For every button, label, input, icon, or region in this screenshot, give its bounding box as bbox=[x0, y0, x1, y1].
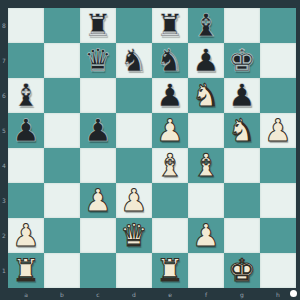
square-a4[interactable] bbox=[8, 148, 44, 183]
black-pawn-e6[interactable]: ♟ bbox=[152, 78, 188, 113]
square-g8[interactable] bbox=[224, 8, 260, 43]
black-rook-e8[interactable]: ♜ bbox=[152, 8, 188, 43]
black-bishop-a6[interactable]: ♝ bbox=[8, 78, 44, 113]
black-knight-e7[interactable]: ♞ bbox=[152, 43, 188, 78]
square-c3[interactable]: ♟ bbox=[80, 183, 116, 218]
square-c5[interactable]: ♟ bbox=[80, 113, 116, 148]
square-e4[interactable]: ♝ bbox=[152, 148, 188, 183]
white-pawn-f2[interactable]: ♟ bbox=[188, 218, 224, 253]
white-pawn-d3[interactable]: ♟ bbox=[116, 183, 152, 218]
black-queen-c7[interactable]: ♛ bbox=[80, 43, 116, 78]
square-b6[interactable] bbox=[44, 78, 80, 113]
square-h8[interactable] bbox=[260, 8, 296, 43]
white-to-move-indicator-dot bbox=[290, 290, 297, 297]
square-d3[interactable]: ♟ bbox=[116, 183, 152, 218]
rank-labels: 87654321 bbox=[0, 8, 8, 288]
white-queen-d2[interactable]: ♛ bbox=[116, 218, 152, 253]
square-c8[interactable]: ♜ bbox=[80, 8, 116, 43]
square-a2[interactable]: ♟ bbox=[8, 218, 44, 253]
white-king-g1[interactable]: ♚ bbox=[224, 253, 260, 288]
square-b3[interactable] bbox=[44, 183, 80, 218]
white-rook-e1[interactable]: ♜ bbox=[152, 253, 188, 288]
square-g6[interactable]: ♟ bbox=[224, 78, 260, 113]
square-e6[interactable]: ♟ bbox=[152, 78, 188, 113]
square-f6[interactable]: ♞ bbox=[188, 78, 224, 113]
rank-label-1: 1 bbox=[0, 253, 8, 288]
square-f5[interactable] bbox=[188, 113, 224, 148]
square-e7[interactable]: ♞ bbox=[152, 43, 188, 78]
square-h2[interactable] bbox=[260, 218, 296, 253]
black-pawn-f7[interactable]: ♟ bbox=[188, 43, 224, 78]
white-pawn-c3[interactable]: ♟ bbox=[80, 183, 116, 218]
rank-label-5: 5 bbox=[0, 113, 8, 148]
square-a8[interactable] bbox=[8, 8, 44, 43]
square-c6[interactable] bbox=[80, 78, 116, 113]
black-pawn-g6[interactable]: ♟ bbox=[224, 78, 260, 113]
square-d8[interactable] bbox=[116, 8, 152, 43]
file-label-a: a bbox=[8, 288, 44, 300]
rank-label-8: 8 bbox=[0, 8, 8, 43]
square-a1[interactable]: ♜ bbox=[8, 253, 44, 288]
file-label-f: f bbox=[188, 288, 224, 300]
square-b7[interactable] bbox=[44, 43, 80, 78]
white-pawn-h5[interactable]: ♟ bbox=[260, 113, 296, 148]
black-pawn-c5[interactable]: ♟ bbox=[80, 113, 116, 148]
rank-label-2: 2 bbox=[0, 218, 8, 253]
square-b5[interactable] bbox=[44, 113, 80, 148]
square-e5[interactable]: ♟ bbox=[152, 113, 188, 148]
square-e3[interactable] bbox=[152, 183, 188, 218]
file-label-c: c bbox=[80, 288, 116, 300]
square-d6[interactable] bbox=[116, 78, 152, 113]
square-f8[interactable]: ♝ bbox=[188, 8, 224, 43]
square-g7[interactable]: ♚ bbox=[224, 43, 260, 78]
rank-label-3: 3 bbox=[0, 183, 8, 218]
square-g3[interactable] bbox=[224, 183, 260, 218]
square-e8[interactable]: ♜ bbox=[152, 8, 188, 43]
white-pawn-e5[interactable]: ♟ bbox=[152, 113, 188, 148]
black-knight-d7[interactable]: ♞ bbox=[116, 43, 152, 78]
square-b8[interactable] bbox=[44, 8, 80, 43]
square-d7[interactable]: ♞ bbox=[116, 43, 152, 78]
square-h4[interactable] bbox=[260, 148, 296, 183]
white-bishop-e4[interactable]: ♝ bbox=[152, 148, 188, 183]
white-knight-g5[interactable]: ♞ bbox=[224, 113, 260, 148]
square-h1[interactable] bbox=[260, 253, 296, 288]
square-d2[interactable]: ♛ bbox=[116, 218, 152, 253]
file-label-g: g bbox=[224, 288, 260, 300]
square-d1[interactable] bbox=[116, 253, 152, 288]
white-bishop-f4[interactable]: ♝ bbox=[188, 148, 224, 183]
square-a7[interactable] bbox=[8, 43, 44, 78]
file-label-e: e bbox=[152, 288, 188, 300]
chess-board-frame: 87654321 abcdefgh ♜♜♝♛♞♞♟♚♝♟♞♟♟♟♟♞♟♝♝♟♟♟… bbox=[0, 0, 300, 300]
square-a5[interactable]: ♟ bbox=[8, 113, 44, 148]
rank-label-4: 4 bbox=[0, 148, 8, 183]
black-rook-c8[interactable]: ♜ bbox=[80, 8, 116, 43]
square-c4[interactable] bbox=[80, 148, 116, 183]
square-f7[interactable]: ♟ bbox=[188, 43, 224, 78]
square-f4[interactable]: ♝ bbox=[188, 148, 224, 183]
white-rook-a1[interactable]: ♜ bbox=[8, 253, 44, 288]
square-b4[interactable] bbox=[44, 148, 80, 183]
square-b2[interactable] bbox=[44, 218, 80, 253]
square-h7[interactable] bbox=[260, 43, 296, 78]
square-g1[interactable]: ♚ bbox=[224, 253, 260, 288]
square-f2[interactable]: ♟ bbox=[188, 218, 224, 253]
square-c7[interactable]: ♛ bbox=[80, 43, 116, 78]
square-g2[interactable] bbox=[224, 218, 260, 253]
square-h3[interactable] bbox=[260, 183, 296, 218]
square-d5[interactable] bbox=[116, 113, 152, 148]
black-pawn-a5[interactable]: ♟ bbox=[8, 113, 44, 148]
square-e1[interactable]: ♜ bbox=[152, 253, 188, 288]
square-b1[interactable] bbox=[44, 253, 80, 288]
file-label-d: d bbox=[116, 288, 152, 300]
white-pawn-a2[interactable]: ♟ bbox=[8, 218, 44, 253]
white-knight-f6[interactable]: ♞ bbox=[188, 78, 224, 113]
square-h5[interactable]: ♟ bbox=[260, 113, 296, 148]
square-d4[interactable] bbox=[116, 148, 152, 183]
rank-label-7: 7 bbox=[0, 43, 8, 78]
square-c2[interactable] bbox=[80, 218, 116, 253]
square-e2[interactable] bbox=[152, 218, 188, 253]
file-label-b: b bbox=[44, 288, 80, 300]
square-a3[interactable] bbox=[8, 183, 44, 218]
square-a6[interactable]: ♝ bbox=[8, 78, 44, 113]
black-king-g7[interactable]: ♚ bbox=[224, 43, 260, 78]
file-labels: abcdefgh bbox=[8, 288, 296, 300]
square-f3[interactable] bbox=[188, 183, 224, 218]
square-f1[interactable] bbox=[188, 253, 224, 288]
square-c1[interactable] bbox=[80, 253, 116, 288]
square-h6[interactable] bbox=[260, 78, 296, 113]
chess-board: ♜♜♝♛♞♞♟♚♝♟♞♟♟♟♟♞♟♝♝♟♟♟♛♟♜♜♚ bbox=[8, 8, 296, 288]
square-g5[interactable]: ♞ bbox=[224, 113, 260, 148]
square-g4[interactable] bbox=[224, 148, 260, 183]
black-bishop-f8[interactable]: ♝ bbox=[188, 8, 224, 43]
rank-label-6: 6 bbox=[0, 78, 8, 113]
